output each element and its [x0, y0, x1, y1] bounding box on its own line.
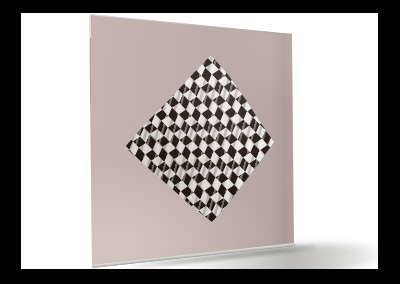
letterbox-frame	[0, 0, 400, 284]
photo-white-background	[21, 13, 378, 269]
panel-left-edge	[85, 13, 92, 269]
